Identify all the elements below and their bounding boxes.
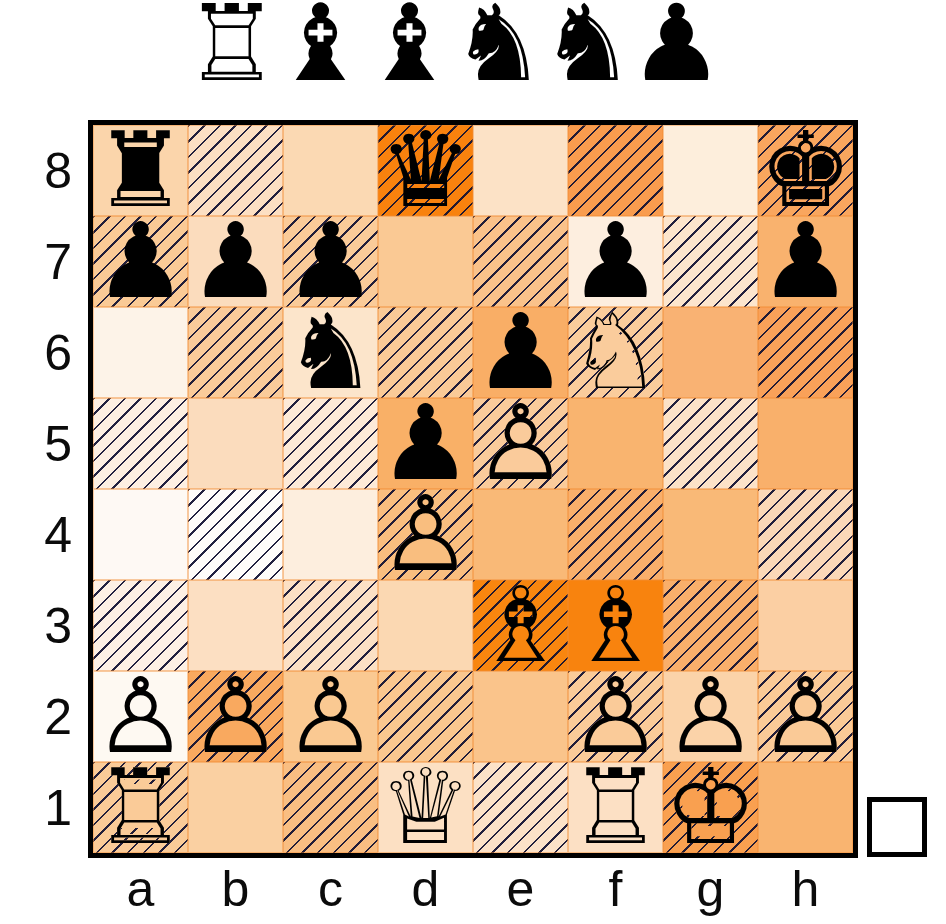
side-to-move-indicator — [867, 797, 927, 857]
piece-glyph: ♟ — [94, 216, 187, 307]
rank-label-5: 5 — [0, 398, 72, 489]
piece-glyph: ♙ — [379, 489, 472, 580]
captured-piece-black-knight: ♞ — [451, 0, 540, 96]
file-label-f: f — [568, 858, 663, 920]
square-f1: ♜♖ — [568, 762, 663, 853]
square-g6 — [663, 307, 758, 398]
piece-glyph: ♟ — [759, 216, 852, 307]
chess-board: ♜♛♚♟♟♟♟♟♞♟♞♘♟♟♙♟♙♝♗♝♗♟♙♟♙♟♙♟♙♟♙♟♙♜♖♛♕♜♖♚… — [88, 120, 858, 858]
rank-label-1: 1 — [0, 762, 72, 853]
square-c4 — [283, 489, 378, 580]
square-e2 — [473, 671, 568, 762]
black-queen-d8: ♛ — [379, 125, 472, 216]
captured-piece-white-rook: ♖ — [184, 0, 273, 96]
square-g5 — [663, 398, 758, 489]
white-rook-a1: ♜♖ — [94, 762, 187, 853]
square-d4: ♟♙ — [378, 489, 473, 580]
square-h5 — [758, 398, 853, 489]
white-rook-f1: ♜♖ — [569, 762, 662, 853]
square-h2: ♟♙ — [758, 671, 853, 762]
file-label-e: e — [473, 858, 568, 920]
file-label-a: a — [93, 858, 188, 920]
file-label-b: b — [188, 858, 283, 920]
piece-glyph: ♙ — [474, 398, 567, 489]
white-pawn-e5: ♟♙ — [474, 398, 567, 489]
captured-piece-black-knight: ♞ — [540, 0, 629, 96]
file-label-h: h — [758, 858, 853, 920]
square-a6 — [93, 307, 188, 398]
captured-piece-black-pawn: ♟ — [629, 0, 718, 96]
square-f5 — [568, 398, 663, 489]
square-d7 — [378, 216, 473, 307]
rank-label-7: 7 — [0, 216, 72, 307]
square-b4 — [188, 489, 283, 580]
square-a5 — [93, 398, 188, 489]
black-knight-c6: ♞ — [284, 307, 377, 398]
file-label-g: g — [663, 858, 758, 920]
square-g7 — [663, 216, 758, 307]
piece-glyph: ♖ — [94, 762, 187, 853]
square-g1: ♚♔ — [663, 762, 758, 853]
square-f6: ♞♘ — [568, 307, 663, 398]
square-c2: ♟♙ — [283, 671, 378, 762]
black-pawn-b7: ♟ — [189, 216, 282, 307]
rank-label-3: 3 — [0, 580, 72, 671]
square-h1 — [758, 762, 853, 853]
piece-glyph: ♞ — [284, 307, 377, 398]
white-king-g1: ♚♔ — [664, 762, 757, 853]
rank-label-8: 8 — [0, 125, 72, 216]
square-e5: ♟♙ — [473, 398, 568, 489]
piece-glyph: ♘ — [569, 307, 662, 398]
piece-glyph: ♙ — [189, 671, 282, 762]
square-h4 — [758, 489, 853, 580]
rank-label-2: 2 — [0, 671, 72, 762]
square-a4 — [93, 489, 188, 580]
square-g4 — [663, 489, 758, 580]
square-c5 — [283, 398, 378, 489]
white-pawn-b2: ♟♙ — [189, 671, 282, 762]
piece-glyph: ♖ — [569, 762, 662, 853]
rank-label-6: 6 — [0, 307, 72, 398]
file-label-d: d — [378, 858, 473, 920]
white-queen-d1: ♛♕ — [379, 762, 472, 853]
black-pawn-a7: ♟ — [94, 216, 187, 307]
square-e8 — [473, 125, 568, 216]
white-pawn-c2: ♟♙ — [284, 671, 377, 762]
square-b7: ♟ — [188, 216, 283, 307]
square-a1: ♜♖ — [93, 762, 188, 853]
square-h6 — [758, 307, 853, 398]
captured-piece-black-bishop: ♝ — [362, 0, 451, 96]
white-knight-f6: ♞♘ — [569, 307, 662, 398]
piece-glyph: ♙ — [284, 671, 377, 762]
square-e3: ♝♗ — [473, 580, 568, 671]
square-a7: ♟ — [93, 216, 188, 307]
square-e1 — [473, 762, 568, 853]
file-label-c: c — [283, 858, 378, 920]
file-labels: abcdefgh — [93, 858, 853, 920]
square-b6 — [188, 307, 283, 398]
rank-label-4: 4 — [0, 489, 72, 580]
square-g8 — [663, 125, 758, 216]
square-c1 — [283, 762, 378, 853]
square-d3 — [378, 580, 473, 671]
square-b5 — [188, 398, 283, 489]
chess-diagram: ♖♝♝♞♞♟ 87654321 ♜♛♚♟♟♟♟♟♞♟♞♘♟♟♙♟♙♝♗♝♗♟♙♟… — [0, 0, 946, 924]
piece-glyph: ♟ — [189, 216, 282, 307]
piece-glyph: ♕ — [379, 762, 472, 853]
piece-glyph: ♔ — [664, 762, 757, 853]
square-d1: ♛♕ — [378, 762, 473, 853]
square-b2: ♟♙ — [188, 671, 283, 762]
square-b1 — [188, 762, 283, 853]
square-h7: ♟ — [758, 216, 853, 307]
rank-labels: 87654321 — [0, 125, 72, 853]
captured-pieces-row: ♖♝♝♞♞♟ — [184, 0, 718, 96]
piece-glyph: ♗ — [474, 580, 567, 671]
square-d8: ♛ — [378, 125, 473, 216]
black-pawn-h7: ♟ — [759, 216, 852, 307]
piece-glyph: ♙ — [759, 671, 852, 762]
captured-piece-black-bishop: ♝ — [273, 0, 362, 96]
white-pawn-h2: ♟♙ — [759, 671, 852, 762]
piece-glyph: ♛ — [379, 125, 472, 216]
white-bishop-e3: ♝♗ — [474, 580, 567, 671]
white-pawn-d4: ♟♙ — [379, 489, 472, 580]
square-c6: ♞ — [283, 307, 378, 398]
